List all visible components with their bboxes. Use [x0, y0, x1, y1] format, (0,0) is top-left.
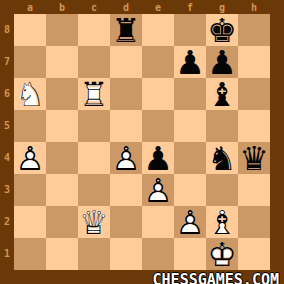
square-f4	[174, 142, 206, 174]
square-a2	[14, 206, 46, 238]
square-c6: ♜♖	[78, 78, 110, 110]
square-g2: ♝♗	[206, 206, 238, 238]
square-f2: ♟♙	[174, 206, 206, 238]
square-g1: ♚♔	[206, 238, 238, 270]
file-labels: abcdefgh	[14, 0, 270, 14]
square-f5	[174, 110, 206, 142]
square-f3	[174, 174, 206, 206]
square-g3	[206, 174, 238, 206]
piece-white-queen: ♛♕	[78, 206, 110, 238]
file-label-h: h	[238, 0, 270, 15]
board: ♜♚♟♟♞♘♜♖♝♟♙♟♙♟♞♛♟♙♛♕♟♙♝♗♚♔	[14, 14, 270, 270]
rank-label-5: 5	[0, 110, 14, 142]
square-b6	[46, 78, 78, 110]
rank-label-8: 8	[0, 14, 14, 46]
square-f6	[174, 78, 206, 110]
square-g5	[206, 110, 238, 142]
square-e1	[142, 238, 174, 270]
square-h8	[238, 14, 270, 46]
square-b8	[46, 14, 78, 46]
square-h2	[238, 206, 270, 238]
square-d5	[110, 110, 142, 142]
square-h7	[238, 46, 270, 78]
file-label-e: e	[142, 0, 174, 15]
site-credit: CHESSGAMES.COM	[153, 274, 279, 284]
square-g4: ♞	[206, 142, 238, 174]
file-label-a: a	[14, 0, 46, 15]
square-b3	[46, 174, 78, 206]
square-a4: ♟♙	[14, 142, 46, 174]
piece-black-pawn: ♟	[142, 142, 174, 174]
square-h1	[238, 238, 270, 270]
square-a8	[14, 14, 46, 46]
square-a3	[14, 174, 46, 206]
piece-black-king: ♚	[206, 14, 238, 46]
square-g8: ♚	[206, 14, 238, 46]
piece-white-bishop: ♝♗	[206, 206, 238, 238]
square-e2	[142, 206, 174, 238]
piece-white-pawn: ♟♙	[174, 206, 206, 238]
piece-black-queen: ♛	[238, 142, 270, 174]
square-h3	[238, 174, 270, 206]
file-label-g: g	[206, 0, 238, 15]
square-h6	[238, 78, 270, 110]
square-h4: ♛	[238, 142, 270, 174]
square-b1	[46, 238, 78, 270]
piece-white-rook: ♜♖	[78, 78, 110, 110]
square-e7	[142, 46, 174, 78]
square-e4: ♟	[142, 142, 174, 174]
rank-label-2: 2	[0, 206, 14, 238]
square-b4	[46, 142, 78, 174]
rank-label-6: 6	[0, 78, 14, 110]
square-e6	[142, 78, 174, 110]
file-label-b: b	[46, 0, 78, 15]
piece-white-pawn: ♟♙	[142, 174, 174, 206]
square-f7: ♟	[174, 46, 206, 78]
square-g6: ♝	[206, 78, 238, 110]
square-d3	[110, 174, 142, 206]
rank-label-4: 4	[0, 142, 14, 174]
square-g7: ♟	[206, 46, 238, 78]
square-h5	[238, 110, 270, 142]
square-c4	[78, 142, 110, 174]
piece-black-pawn: ♟	[206, 46, 238, 78]
square-d1	[110, 238, 142, 270]
square-f1	[174, 238, 206, 270]
square-d2	[110, 206, 142, 238]
square-b2	[46, 206, 78, 238]
piece-black-pawn: ♟	[174, 46, 206, 78]
square-e8	[142, 14, 174, 46]
piece-white-king: ♚♔	[206, 238, 238, 270]
rank-label-1: 1	[0, 238, 14, 270]
square-e3: ♟♙	[142, 174, 174, 206]
square-f8	[174, 14, 206, 46]
square-c7	[78, 46, 110, 78]
square-c3	[78, 174, 110, 206]
piece-black-rook: ♜	[110, 14, 142, 46]
piece-white-pawn: ♟♙	[14, 142, 46, 174]
square-b5	[46, 110, 78, 142]
chess-diagram: abcdefgh 87654321 ♜♚♟♟♞♘♜♖♝♟♙♟♙♟♞♛♟♙♛♕♟♙…	[0, 0, 284, 284]
square-d7	[110, 46, 142, 78]
square-e5	[142, 110, 174, 142]
rank-label-3: 3	[0, 174, 14, 206]
square-a7	[14, 46, 46, 78]
square-d8: ♜	[110, 14, 142, 46]
square-d4: ♟♙	[110, 142, 142, 174]
square-c1	[78, 238, 110, 270]
rank-labels: 87654321	[0, 14, 14, 270]
square-b7	[46, 46, 78, 78]
square-c2: ♛♕	[78, 206, 110, 238]
square-c5	[78, 110, 110, 142]
square-c8	[78, 14, 110, 46]
piece-black-bishop: ♝	[206, 78, 238, 110]
square-d6	[110, 78, 142, 110]
file-label-c: c	[78, 0, 110, 15]
credit-bar: CHESSGAMES.COM	[0, 270, 284, 284]
square-a5	[14, 110, 46, 142]
rank-label-7: 7	[0, 46, 14, 78]
square-a6: ♞♘	[14, 78, 46, 110]
piece-black-knight: ♞	[206, 142, 238, 174]
file-label-f: f	[174, 0, 206, 15]
file-label-d: d	[110, 0, 142, 15]
square-a1	[14, 238, 46, 270]
piece-white-pawn: ♟♙	[110, 142, 142, 174]
piece-white-knight: ♞♘	[14, 78, 46, 110]
